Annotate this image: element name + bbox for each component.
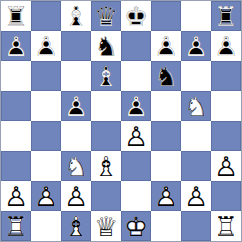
black-pawn-outline: ♙: [211, 31, 241, 61]
square-d4[interactable]: [91, 121, 121, 151]
white-pawn-icon[interactable]: ♟♙: [121, 121, 151, 151]
square-h2[interactable]: [211, 181, 241, 211]
square-f1[interactable]: [151, 211, 181, 241]
square-e4[interactable]: ♟♙: [121, 121, 151, 151]
square-h1[interactable]: ♜♖: [211, 211, 241, 241]
black-rook-icon[interactable]: ♜♖: [1, 1, 31, 31]
white-pawn-outline: ♙: [121, 121, 151, 151]
black-bishop-icon[interactable]: ♝♗: [61, 1, 91, 31]
square-f4[interactable]: [151, 121, 181, 151]
white-rook-icon[interactable]: ♜♖: [211, 211, 241, 241]
black-pawn-outline: ♙: [121, 91, 151, 121]
square-h3[interactable]: ♟♙: [211, 151, 241, 181]
white-knight-icon[interactable]: ♞♘: [181, 91, 211, 121]
black-pawn-outline: ♙: [181, 31, 211, 61]
square-b5[interactable]: [31, 91, 61, 121]
white-bishop-icon[interactable]: ♝♗: [61, 211, 91, 241]
square-g3[interactable]: [181, 151, 211, 181]
square-g1[interactable]: [181, 211, 211, 241]
square-a3[interactable]: [1, 151, 31, 181]
white-rook-icon[interactable]: ♜♖: [1, 211, 31, 241]
square-g6[interactable]: [181, 61, 211, 91]
square-d7[interactable]: ♞♘: [91, 31, 121, 61]
black-pawn-outline: ♙: [1, 31, 31, 61]
black-rook-outline: ♖: [1, 1, 31, 31]
square-f3[interactable]: [151, 151, 181, 181]
square-h4[interactable]: [211, 121, 241, 151]
black-knight-icon[interactable]: ♞♘: [91, 31, 121, 61]
square-e1[interactable]: ♚♔: [121, 211, 151, 241]
square-d1[interactable]: ♛♕: [91, 211, 121, 241]
square-d2[interactable]: [91, 181, 121, 211]
black-rook-icon[interactable]: ♜♖: [211, 1, 241, 31]
black-pawn-icon[interactable]: ♟♙: [211, 31, 241, 61]
square-c8[interactable]: ♝♗: [61, 1, 91, 31]
black-pawn-outline: ♙: [61, 91, 91, 121]
square-e7[interactable]: [121, 31, 151, 61]
black-king-outline: ♔: [121, 1, 151, 31]
square-f8[interactable]: [151, 1, 181, 31]
white-rook-outline: ♖: [1, 211, 31, 241]
square-a2[interactable]: ♟♙: [1, 181, 31, 211]
square-b8[interactable]: [31, 1, 61, 31]
white-pawn-icon[interactable]: ♟♙: [31, 181, 61, 211]
white-pawn-icon[interactable]: ♟♙: [211, 151, 241, 181]
square-g5[interactable]: ♞♘: [181, 91, 211, 121]
black-queen-icon[interactable]: ♛♕: [91, 1, 121, 31]
black-pawn-icon[interactable]: ♟♙: [181, 31, 211, 61]
square-h8[interactable]: ♜♖: [211, 1, 241, 31]
black-pawn-icon[interactable]: ♟♙: [31, 31, 61, 61]
black-pawn-icon[interactable]: ♟♙: [1, 31, 31, 61]
square-h6[interactable]: [211, 61, 241, 91]
white-pawn-outline: ♙: [211, 151, 241, 181]
black-bishop-outline: ♗: [61, 1, 91, 31]
square-e2[interactable]: [121, 181, 151, 211]
square-b7[interactable]: ♟♙: [31, 31, 61, 61]
square-e5[interactable]: ♟♙: [121, 91, 151, 121]
black-knight-outline: ♘: [151, 61, 181, 91]
square-f2[interactable]: ♟♙: [151, 181, 181, 211]
white-pawn-icon[interactable]: ♟♙: [61, 181, 91, 211]
black-pawn-outline: ♙: [151, 31, 181, 61]
square-d6[interactable]: ♝♗: [91, 61, 121, 91]
square-c4[interactable]: [61, 121, 91, 151]
black-rook-outline: ♖: [211, 1, 241, 31]
square-d3[interactable]: ♝♗: [91, 151, 121, 181]
square-e3[interactable]: [121, 151, 151, 181]
white-pawn-outline: ♙: [61, 181, 91, 211]
square-a1[interactable]: ♜♖: [1, 211, 31, 241]
white-king-icon[interactable]: ♚♔: [121, 211, 151, 241]
white-king-outline: ♔: [121, 211, 151, 241]
white-bishop-icon[interactable]: ♝♗: [91, 151, 121, 181]
white-pawn-icon[interactable]: ♟♙: [1, 181, 31, 211]
square-a4[interactable]: [1, 121, 31, 151]
square-c2[interactable]: ♟♙: [61, 181, 91, 211]
square-g7[interactable]: ♟♙: [181, 31, 211, 61]
black-knight-outline: ♘: [91, 31, 121, 61]
white-pawn-icon[interactable]: ♟♙: [151, 181, 181, 211]
white-pawn-outline: ♙: [1, 181, 31, 211]
white-pawn-outline: ♙: [151, 181, 181, 211]
square-a6[interactable]: [1, 61, 31, 91]
black-pawn-outline: ♙: [31, 31, 61, 61]
white-bishop-outline: ♗: [91, 151, 121, 181]
square-c3[interactable]: ♞♘: [61, 151, 91, 181]
white-queen-outline: ♕: [91, 211, 121, 241]
square-g4[interactable]: [181, 121, 211, 151]
black-pawn-icon[interactable]: ♟♙: [61, 91, 91, 121]
white-queen-icon[interactable]: ♛♕: [91, 211, 121, 241]
square-d8[interactable]: ♛♕: [91, 1, 121, 31]
chess-board: ♜♖♝♗♛♕♚♔♜♖♟♙♟♙♞♘♟♙♟♙♟♙♝♗♞♘♟♙♟♙♞♘♟♙♞♘♝♗♟♙…: [0, 0, 242, 242]
square-e8[interactable]: ♚♔: [121, 1, 151, 31]
square-h5[interactable]: [211, 91, 241, 121]
white-knight-outline: ♘: [181, 91, 211, 121]
square-f6[interactable]: ♞♘: [151, 61, 181, 91]
square-d5[interactable]: [91, 91, 121, 121]
square-e6[interactable]: [121, 61, 151, 91]
square-c5[interactable]: ♟♙: [61, 91, 91, 121]
square-b3[interactable]: [31, 151, 61, 181]
square-c1[interactable]: ♝♗: [61, 211, 91, 241]
square-g2[interactable]: ♟♙: [181, 181, 211, 211]
square-b4[interactable]: [31, 121, 61, 151]
square-b2[interactable]: ♟♙: [31, 181, 61, 211]
square-a7[interactable]: ♟♙: [1, 31, 31, 61]
black-bishop-icon[interactable]: ♝♗: [91, 61, 121, 91]
black-queen-outline: ♕: [91, 1, 121, 31]
white-rook-outline: ♖: [211, 211, 241, 241]
black-king-icon[interactable]: ♚♔: [121, 1, 151, 31]
square-b6[interactable]: [31, 61, 61, 91]
square-c7[interactable]: [61, 31, 91, 61]
square-h7[interactable]: ♟♙: [211, 31, 241, 61]
black-bishop-outline: ♗: [91, 61, 121, 91]
square-f5[interactable]: [151, 91, 181, 121]
square-b1[interactable]: [31, 211, 61, 241]
square-g8[interactable]: [181, 1, 211, 31]
white-pawn-icon[interactable]: ♟♙: [181, 181, 211, 211]
white-knight-icon[interactable]: ♞♘: [61, 151, 91, 181]
square-a8[interactable]: ♜♖: [1, 1, 31, 31]
black-pawn-icon[interactable]: ♟♙: [151, 31, 181, 61]
white-knight-outline: ♘: [61, 151, 91, 181]
white-pawn-outline: ♙: [181, 181, 211, 211]
square-c6[interactable]: [61, 61, 91, 91]
black-pawn-icon[interactable]: ♟♙: [121, 91, 151, 121]
square-f7[interactable]: ♟♙: [151, 31, 181, 61]
black-knight-icon[interactable]: ♞♘: [151, 61, 181, 91]
white-bishop-outline: ♗: [61, 211, 91, 241]
square-a5[interactable]: [1, 91, 31, 121]
white-pawn-outline: ♙: [31, 181, 61, 211]
